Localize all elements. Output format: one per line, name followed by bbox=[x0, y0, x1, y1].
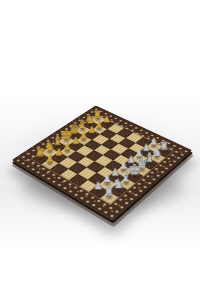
perspective-wrapper: ♜♟♟♜♞♟♟♞♝♟♟♝♛♟♟♛♚♟♟♚♝♟♟♝♞♟♟♞♜♟♟♜ bbox=[0, 0, 200, 300]
square-r4c7 bbox=[123, 159, 141, 171]
square-r7c6 bbox=[88, 173, 107, 185]
square-r7c4 bbox=[68, 162, 86, 174]
square-r5c6 bbox=[105, 160, 123, 172]
chess-board: ♜♟♟♜♞♟♟♞♝♟♟♝♛♟♟♛♚♟♟♚♝♟♟♝♞♟♟♞♜♟♟♜ bbox=[12, 106, 192, 221]
square-r6c5 bbox=[87, 161, 105, 173]
square-r7c7 bbox=[98, 178, 117, 191]
product-photo: ♜♟♟♜♞♟♟♞♝♟♟♝♛♟♟♛♚♟♟♚♝♟♟♝♞♟♟♞♜♟♟♜ bbox=[0, 0, 200, 300]
square-r4c6 bbox=[113, 154, 131, 165]
